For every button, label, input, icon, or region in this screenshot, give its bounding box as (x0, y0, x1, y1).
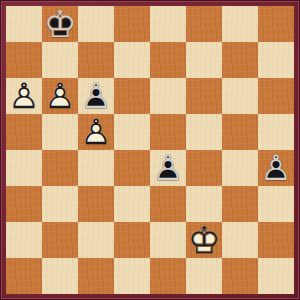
white-pawn-b6[interactable]: ♟♙ (42, 78, 78, 114)
square-a5[interactable] (6, 114, 42, 150)
square-f3[interactable] (186, 186, 222, 222)
square-a1[interactable] (6, 258, 42, 294)
square-e7[interactable] (150, 42, 186, 78)
square-d7[interactable] (114, 42, 150, 78)
black-pawn-glyph: ♟ (78, 78, 114, 114)
square-f7[interactable] (186, 42, 222, 78)
black-king-b8[interactable]: ♚♔ (42, 6, 78, 42)
square-c7[interactable] (78, 42, 114, 78)
square-a6[interactable]: ♟♙ (6, 78, 42, 114)
square-c1[interactable] (78, 258, 114, 294)
square-e4[interactable]: ♟♙ (150, 150, 186, 186)
square-e6[interactable] (150, 78, 186, 114)
black-pawn-h4[interactable]: ♟♙ (258, 150, 294, 186)
square-a3[interactable] (6, 186, 42, 222)
black-pawn-outline: ♙ (78, 78, 114, 114)
square-b3[interactable] (42, 186, 78, 222)
square-b7[interactable] (42, 42, 78, 78)
square-f2[interactable]: ♚♔ (186, 222, 222, 258)
square-c3[interactable] (78, 186, 114, 222)
square-h1[interactable] (258, 258, 294, 294)
square-e3[interactable] (150, 186, 186, 222)
square-h5[interactable] (258, 114, 294, 150)
square-b2[interactable] (42, 222, 78, 258)
white-pawn-glyph: ♟ (78, 114, 114, 150)
square-g3[interactable] (222, 186, 258, 222)
square-a2[interactable] (6, 222, 42, 258)
white-pawn-glyph: ♟ (6, 78, 42, 114)
white-king-outline: ♔ (186, 222, 222, 258)
square-f8[interactable] (186, 6, 222, 42)
square-d1[interactable] (114, 258, 150, 294)
square-f4[interactable] (186, 150, 222, 186)
black-pawn-glyph: ♟ (258, 150, 294, 186)
white-pawn-c5[interactable]: ♟♙ (78, 114, 114, 150)
square-e2[interactable] (150, 222, 186, 258)
white-king-f2[interactable]: ♚♔ (186, 222, 222, 258)
square-h3[interactable] (258, 186, 294, 222)
square-c8[interactable] (78, 6, 114, 42)
square-a7[interactable] (6, 42, 42, 78)
square-g1[interactable] (222, 258, 258, 294)
square-h8[interactable] (258, 6, 294, 42)
square-a4[interactable] (6, 150, 42, 186)
square-f1[interactable] (186, 258, 222, 294)
black-pawn-e4[interactable]: ♟♙ (150, 150, 186, 186)
black-pawn-outline: ♙ (258, 150, 294, 186)
black-king-glyph: ♚ (42, 6, 78, 42)
white-pawn-glyph: ♟ (42, 78, 78, 114)
white-pawn-outline: ♙ (78, 114, 114, 150)
square-h6[interactable] (258, 78, 294, 114)
square-b5[interactable] (42, 114, 78, 150)
square-g5[interactable] (222, 114, 258, 150)
black-pawn-glyph: ♟ (150, 150, 186, 186)
square-e8[interactable] (150, 6, 186, 42)
square-d6[interactable] (114, 78, 150, 114)
white-king-glyph: ♚ (186, 222, 222, 258)
white-pawn-outline: ♙ (42, 78, 78, 114)
square-h7[interactable] (258, 42, 294, 78)
board-frame: ♚♔♟♙♟♙♟♙♟♙♟♙♟♙♚♔ (0, 0, 300, 300)
black-pawn-c6[interactable]: ♟♙ (78, 78, 114, 114)
square-g2[interactable] (222, 222, 258, 258)
square-g7[interactable] (222, 42, 258, 78)
white-pawn-outline: ♙ (6, 78, 42, 114)
square-b4[interactable] (42, 150, 78, 186)
square-d4[interactable] (114, 150, 150, 186)
square-b1[interactable] (42, 258, 78, 294)
square-d2[interactable] (114, 222, 150, 258)
black-pawn-outline: ♙ (150, 150, 186, 186)
square-c6[interactable]: ♟♙ (78, 78, 114, 114)
square-c2[interactable] (78, 222, 114, 258)
square-h4[interactable]: ♟♙ (258, 150, 294, 186)
square-f5[interactable] (186, 114, 222, 150)
black-king-outline: ♔ (42, 6, 78, 42)
square-e5[interactable] (150, 114, 186, 150)
square-d8[interactable] (114, 6, 150, 42)
square-d3[interactable] (114, 186, 150, 222)
square-f6[interactable] (186, 78, 222, 114)
square-g6[interactable] (222, 78, 258, 114)
square-b8[interactable]: ♚♔ (42, 6, 78, 42)
square-a8[interactable] (6, 6, 42, 42)
square-h2[interactable] (258, 222, 294, 258)
chess-board: ♚♔♟♙♟♙♟♙♟♙♟♙♟♙♚♔ (6, 6, 294, 294)
square-b6[interactable]: ♟♙ (42, 78, 78, 114)
square-c4[interactable] (78, 150, 114, 186)
square-g8[interactable] (222, 6, 258, 42)
white-pawn-a6[interactable]: ♟♙ (6, 78, 42, 114)
square-d5[interactable] (114, 114, 150, 150)
square-c5[interactable]: ♟♙ (78, 114, 114, 150)
screenshot-root: ♚♔♟♙♟♙♟♙♟♙♟♙♟♙♚♔ (0, 0, 300, 300)
square-g4[interactable] (222, 150, 258, 186)
square-e1[interactable] (150, 258, 186, 294)
